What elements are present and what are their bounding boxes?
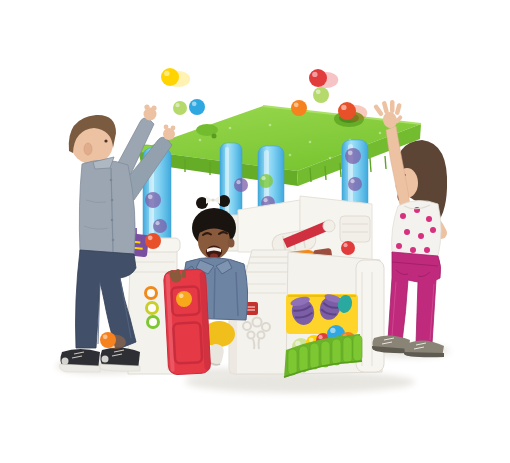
- ball-highlight: [350, 179, 354, 183]
- column-joint-white: [340, 216, 370, 242]
- ball-blue: [189, 99, 205, 115]
- ball-highlight: [179, 293, 184, 298]
- girl-shoe-left: [372, 335, 410, 353]
- ball-light-green: [313, 87, 329, 103]
- ball-amber: [176, 291, 192, 307]
- ball-violet: [348, 177, 362, 191]
- ball-highlight: [164, 71, 169, 76]
- ball-highlight: [341, 105, 346, 110]
- wall-ring-buttons: [146, 288, 159, 328]
- toddler-laughing-mouth: [206, 246, 222, 259]
- ball-red: [309, 69, 327, 87]
- ball-violet: [153, 219, 167, 233]
- ball-highlight: [148, 235, 153, 240]
- polka-dot: [426, 216, 432, 222]
- ball-highlight: [348, 150, 353, 155]
- ball-highlight: [236, 180, 240, 184]
- ball-highlight: [343, 243, 347, 247]
- ball-violet: [345, 148, 361, 164]
- ball-green: [259, 174, 273, 188]
- ball-light-green: [173, 101, 187, 115]
- ball-highlight: [261, 176, 265, 180]
- ball-violet: [145, 192, 161, 208]
- polka-dot: [410, 247, 416, 253]
- boy-eye: [104, 139, 107, 142]
- ball-highlight: [312, 72, 317, 77]
- ball-highlight: [318, 335, 322, 339]
- ball-orange: [100, 332, 116, 348]
- ball-highlight: [103, 334, 108, 339]
- boy-ear: [84, 143, 92, 155]
- ball-highlight: [175, 103, 179, 107]
- ball-highlight: [192, 101, 197, 106]
- ball-red-orange: [145, 233, 161, 249]
- ramp-end-cap: [323, 220, 335, 232]
- girl-shoe-right: [404, 340, 444, 357]
- boy-sneaker-right: [100, 347, 140, 371]
- ball-violet: [234, 178, 248, 192]
- ball-orange: [291, 100, 307, 116]
- ball-bay: [284, 252, 384, 378]
- toddler-hair-bow: [206, 196, 220, 204]
- ball-highlight: [294, 102, 299, 107]
- polka-dot: [404, 229, 410, 235]
- red-door: [163, 269, 210, 375]
- boy-sneaker-left: [60, 349, 100, 372]
- ball-highlight: [263, 198, 267, 202]
- polka-dot: [424, 247, 430, 253]
- toddler-ear: [228, 239, 235, 248]
- polka-dot: [396, 243, 402, 249]
- ball-highlight: [148, 194, 153, 199]
- playhouse-scene: [0, 0, 510, 463]
- polka-dot: [414, 207, 420, 213]
- ball-highlight: [330, 328, 335, 333]
- polka-dot: [418, 233, 424, 239]
- product-photo: [0, 0, 510, 463]
- ball-highlight: [316, 89, 321, 94]
- polka-dot: [430, 227, 436, 233]
- ball-yellow: [161, 68, 179, 86]
- ball-red: [341, 241, 355, 255]
- ball-highlight: [155, 221, 159, 225]
- polka-dot: [400, 213, 406, 219]
- ball-red-orange: [338, 102, 356, 120]
- boy-shirt: [79, 160, 135, 254]
